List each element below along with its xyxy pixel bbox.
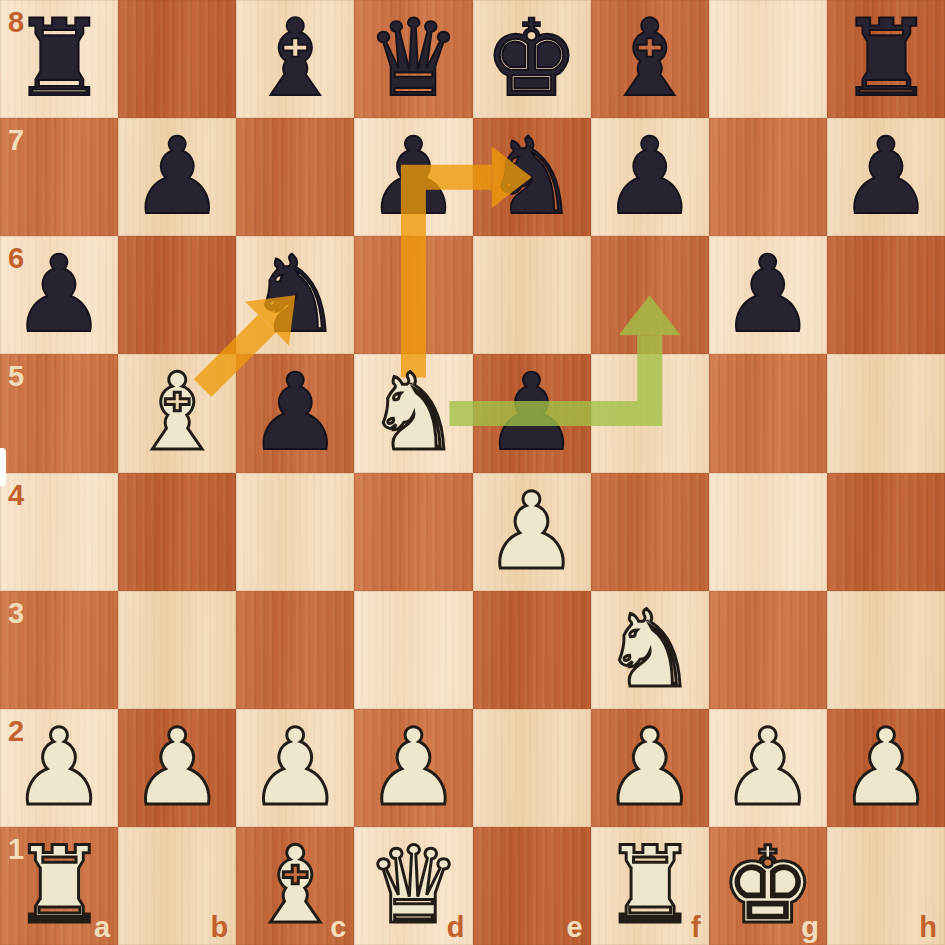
square-e4[interactable]: ♟ (473, 473, 591, 591)
white-pawn-icon[interactable]: ♟ (354, 709, 472, 827)
square-h2[interactable]: ♟ (827, 709, 945, 827)
chess-app: 8♜♝♛♚♝♜7♟♟♞♟♟6♟♞♟5♝♟♞♟4♟3♞2♟♟♟♟♟♟♟1a♜bc♝… (0, 0, 945, 945)
square-d5[interactable]: ♞ (354, 354, 472, 472)
white-knight-icon[interactable]: ♞ (354, 354, 472, 472)
square-b3[interactable] (118, 591, 236, 709)
square-d6[interactable] (354, 236, 472, 354)
chess-board: 8♜♝♛♚♝♜7♟♟♞♟♟6♟♞♟5♝♟♞♟4♟3♞2♟♟♟♟♟♟♟1a♜bc♝… (0, 0, 945, 945)
rank-label-7: 7 (8, 126, 24, 155)
left-edge-notch (0, 448, 6, 486)
square-d2[interactable]: ♟ (354, 709, 472, 827)
square-b5[interactable]: ♝ (118, 354, 236, 472)
white-pawn-icon[interactable]: ♟ (236, 709, 354, 827)
square-a5[interactable]: 5 (0, 354, 118, 472)
rank-label-5: 5 (8, 362, 24, 391)
square-e5[interactable]: ♟ (473, 354, 591, 472)
square-g4[interactable] (709, 473, 827, 591)
square-f3[interactable]: ♞ (591, 591, 709, 709)
white-bishop-icon[interactable]: ♝ (118, 354, 236, 472)
square-f7[interactable]: ♟ (591, 118, 709, 236)
black-king-icon[interactable]: ♚ (473, 0, 591, 118)
black-pawn-icon[interactable]: ♟ (709, 236, 827, 354)
black-bishop-icon[interactable]: ♝ (591, 0, 709, 118)
square-b4[interactable] (118, 473, 236, 591)
square-g5[interactable] (709, 354, 827, 472)
square-h6[interactable] (827, 236, 945, 354)
square-a7[interactable]: 7 (0, 118, 118, 236)
square-a8[interactable]: 8♜ (0, 0, 118, 118)
black-rook-icon[interactable]: ♜ (0, 0, 118, 118)
white-pawn-icon[interactable]: ♟ (591, 709, 709, 827)
file-label-e: e (566, 913, 582, 942)
square-f1[interactable]: f♜ (591, 827, 709, 945)
black-pawn-icon[interactable]: ♟ (354, 118, 472, 236)
square-c3[interactable] (236, 591, 354, 709)
white-bishop-icon[interactable]: ♝ (236, 827, 354, 945)
rank-label-4: 4 (8, 481, 24, 510)
white-pawn-icon[interactable]: ♟ (827, 709, 945, 827)
square-c4[interactable] (236, 473, 354, 591)
square-g1[interactable]: g♚ (709, 827, 827, 945)
black-rook-icon[interactable]: ♜ (827, 0, 945, 118)
square-e6[interactable] (473, 236, 591, 354)
white-pawn-icon[interactable]: ♟ (118, 709, 236, 827)
black-queen-icon[interactable]: ♛ (354, 0, 472, 118)
square-b6[interactable] (118, 236, 236, 354)
square-g7[interactable] (709, 118, 827, 236)
square-d4[interactable] (354, 473, 472, 591)
black-knight-icon[interactable]: ♞ (236, 236, 354, 354)
square-c7[interactable] (236, 118, 354, 236)
square-e8[interactable]: ♚ (473, 0, 591, 118)
square-a3[interactable]: 3 (0, 591, 118, 709)
white-knight-icon[interactable]: ♞ (591, 591, 709, 709)
square-g6[interactable]: ♟ (709, 236, 827, 354)
square-a2[interactable]: 2♟ (0, 709, 118, 827)
square-d8[interactable]: ♛ (354, 0, 472, 118)
square-h8[interactable]: ♜ (827, 0, 945, 118)
square-e2[interactable] (473, 709, 591, 827)
square-g2[interactable]: ♟ (709, 709, 827, 827)
square-h7[interactable]: ♟ (827, 118, 945, 236)
black-knight-icon[interactable]: ♞ (473, 118, 591, 236)
white-king-icon[interactable]: ♚ (709, 827, 827, 945)
square-e3[interactable] (473, 591, 591, 709)
square-f6[interactable] (591, 236, 709, 354)
square-g3[interactable] (709, 591, 827, 709)
square-d3[interactable] (354, 591, 472, 709)
white-queen-icon[interactable]: ♛ (354, 827, 472, 945)
file-label-h: h (919, 913, 937, 942)
square-a4[interactable]: 4 (0, 473, 118, 591)
square-h4[interactable] (827, 473, 945, 591)
white-rook-icon[interactable]: ♜ (0, 827, 118, 945)
rank-label-3: 3 (8, 599, 24, 628)
square-f4[interactable] (591, 473, 709, 591)
black-pawn-icon[interactable]: ♟ (0, 236, 118, 354)
square-c2[interactable]: ♟ (236, 709, 354, 827)
black-pawn-icon[interactable]: ♟ (118, 118, 236, 236)
white-pawn-icon[interactable]: ♟ (709, 709, 827, 827)
black-pawn-icon[interactable]: ♟ (827, 118, 945, 236)
square-c1[interactable]: c♝ (236, 827, 354, 945)
square-d1[interactable]: d♛ (354, 827, 472, 945)
square-c6[interactable]: ♞ (236, 236, 354, 354)
white-pawn-icon[interactable]: ♟ (473, 473, 591, 591)
square-c8[interactable]: ♝ (236, 0, 354, 118)
square-b8[interactable] (118, 0, 236, 118)
square-f2[interactable]: ♟ (591, 709, 709, 827)
square-a1[interactable]: 1a♜ (0, 827, 118, 945)
file-label-b: b (211, 913, 229, 942)
square-b1[interactable]: b (118, 827, 236, 945)
square-f8[interactable]: ♝ (591, 0, 709, 118)
square-b2[interactable]: ♟ (118, 709, 236, 827)
square-d7[interactable]: ♟ (354, 118, 472, 236)
square-e1[interactable]: e (473, 827, 591, 945)
black-bishop-icon[interactable]: ♝ (236, 0, 354, 118)
square-g8[interactable] (709, 0, 827, 118)
black-pawn-icon[interactable]: ♟ (591, 118, 709, 236)
square-a6[interactable]: 6♟ (0, 236, 118, 354)
square-e7[interactable]: ♞ (473, 118, 591, 236)
white-pawn-icon[interactable]: ♟ (0, 709, 118, 827)
square-h3[interactable] (827, 591, 945, 709)
square-f5[interactable] (591, 354, 709, 472)
black-pawn-icon[interactable]: ♟ (473, 354, 591, 472)
square-h1[interactable]: h (827, 827, 945, 945)
square-c5[interactable]: ♟ (236, 354, 354, 472)
square-b7[interactable]: ♟ (118, 118, 236, 236)
white-rook-icon[interactable]: ♜ (591, 827, 709, 945)
square-h5[interactable] (827, 354, 945, 472)
black-pawn-icon[interactable]: ♟ (236, 354, 354, 472)
